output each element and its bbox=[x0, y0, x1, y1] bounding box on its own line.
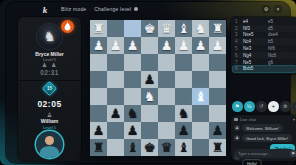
black-pawn: ♟ bbox=[175, 122, 192, 139]
move-row-4[interactable]: 4Nc4b5 bbox=[233, 38, 296, 45]
mode-title: Blitz mode bbox=[61, 6, 86, 12]
square-e2[interactable] bbox=[141, 37, 158, 54]
move-row-3[interactable]: 3Nxe5dxe4 bbox=[233, 32, 296, 39]
draw-offer-button[interactable]: ½ bbox=[244, 101, 255, 112]
white-pawn: ♟ bbox=[90, 37, 107, 54]
chat-title: Live chat bbox=[240, 117, 256, 122]
move-number: 1 bbox=[235, 19, 243, 24]
black-knight: ♞ bbox=[175, 105, 192, 122]
square-g6[interactable]: ♟ bbox=[107, 105, 124, 122]
breadcrumb: Blitz mode · Challenge level bbox=[61, 6, 138, 12]
black-move[interactable]: d5 bbox=[268, 26, 294, 31]
vs-gem-badge: 15 bbox=[42, 81, 58, 97]
square-d2[interactable]: ♟ bbox=[158, 37, 175, 54]
white-pawn: ♟ bbox=[158, 37, 175, 54]
square-a2[interactable]: ♟ bbox=[209, 37, 226, 54]
square-e8[interactable]: ♚ bbox=[141, 139, 158, 156]
avatar-head bbox=[45, 136, 54, 145]
black-pawn: ♟ bbox=[209, 122, 226, 139]
square-h6[interactable] bbox=[90, 105, 107, 122]
square-g3[interactable] bbox=[107, 54, 124, 71]
square-e4[interactable]: ♟ bbox=[141, 71, 158, 88]
square-b3[interactable] bbox=[192, 54, 209, 71]
square-c1[interactable]: ♝ bbox=[175, 20, 192, 37]
square-b2[interactable]: ♟ bbox=[192, 37, 209, 54]
square-c4[interactable] bbox=[175, 71, 192, 88]
square-e3[interactable] bbox=[141, 54, 158, 71]
takeback-button[interactable]: ↺ bbox=[256, 101, 267, 112]
square-g8[interactable] bbox=[107, 139, 124, 156]
title-separator: · bbox=[89, 6, 91, 12]
quick-chat-chip[interactable]: Hello! bbox=[242, 159, 262, 165]
square-b7[interactable] bbox=[192, 122, 209, 139]
move-row-7[interactable]: 7Ne5g6 bbox=[233, 59, 296, 66]
black-move[interactable]: g6 bbox=[268, 60, 294, 65]
chat-message: ♟ Good luck, Bryce Miller! bbox=[234, 134, 295, 142]
more-button[interactable]: ⋯ bbox=[292, 101, 296, 112]
square-h2[interactable]: ♟ bbox=[90, 37, 107, 54]
player-captured-pieces: ♙ bbox=[18, 111, 81, 118]
square-g2[interactable]: ♟ bbox=[107, 37, 124, 54]
player-name: William bbox=[18, 118, 81, 124]
opponent-captured-pieces: ♟ ♟ bbox=[18, 61, 81, 68]
black-knight: ♞ bbox=[124, 105, 141, 122]
move-row-8[interactable]: 8Bxb5 bbox=[233, 66, 296, 73]
white-bishop: ♝ bbox=[175, 20, 192, 37]
black-queen: ♛ bbox=[158, 139, 175, 156]
square-f2[interactable]: ♟ bbox=[124, 37, 141, 54]
white-pawn: ♟ bbox=[175, 37, 192, 54]
move-number: 6 bbox=[235, 53, 243, 58]
app-logo[interactable]: k bbox=[39, 4, 51, 16]
move-row-2[interactable]: 2Nf3d5 bbox=[233, 25, 296, 32]
square-b5[interactable]: ♝ bbox=[192, 88, 209, 105]
move-number: 3 bbox=[235, 32, 243, 37]
square-d1[interactable]: ♛ bbox=[158, 20, 175, 37]
square-a6[interactable] bbox=[209, 105, 226, 122]
white-rook: ♜ bbox=[209, 20, 226, 37]
white-knight: ♞ bbox=[192, 20, 209, 37]
square-a5[interactable] bbox=[209, 88, 226, 105]
chat-panel: Live chat ▾ ♟ Welcome, William! ♟ Good l… bbox=[231, 115, 296, 161]
player-avatar[interactable] bbox=[36, 131, 63, 158]
close-icon[interactable]: × bbox=[274, 5, 282, 13]
white-move[interactable]: Nc4 bbox=[243, 39, 268, 44]
square-c8[interactable]: ♝ bbox=[175, 139, 192, 156]
black-pawn: ♟ bbox=[107, 105, 124, 122]
white-move[interactable]: Nxe5 bbox=[243, 32, 268, 37]
chat-message-text: Welcome, William! bbox=[242, 124, 283, 132]
move-number: 7 bbox=[235, 60, 243, 65]
white-knight: ♞ bbox=[141, 88, 158, 105]
chat-avatar-icon: ♟ bbox=[234, 135, 240, 141]
game-actions: ⚑½↺+⚙⋯ bbox=[232, 101, 296, 112]
square-d7[interactable] bbox=[158, 122, 175, 139]
square-g5[interactable] bbox=[107, 88, 124, 105]
white-queen: ♛ bbox=[158, 20, 175, 37]
square-c6[interactable]: ♞ bbox=[175, 105, 192, 122]
black-pawn: ♟ bbox=[124, 122, 141, 139]
square-g1[interactable] bbox=[107, 20, 124, 37]
chat-collapse-icon[interactable]: ▾ bbox=[293, 117, 295, 122]
resign-flag-button[interactable]: ⚑ bbox=[232, 101, 243, 112]
square-f1[interactable] bbox=[124, 20, 141, 37]
app-window: k Blitz mode · Challenge level ⚙ × ♞ Bry… bbox=[6, 2, 290, 163]
settings-button[interactable]: ⚙ bbox=[280, 101, 291, 112]
square-e7[interactable] bbox=[141, 122, 158, 139]
move-row-6[interactable]: 6Ng4Nc6 bbox=[233, 52, 296, 59]
chess-board: ♜♚♛♝♞♜♟♟♟♟♟♟♟♟♞♝♟♞♞♟♟♟♟♜♝♚♛♝♜ bbox=[90, 20, 226, 156]
player-clock: 02:05 bbox=[18, 99, 81, 109]
black-king: ♚ bbox=[141, 139, 158, 156]
move-number: 5 bbox=[235, 46, 243, 51]
move-list: 1e4e52Nf3d53Nxe5dxe44Nc4b55Ne3Nf66Ng4Nc6… bbox=[231, 17, 296, 74]
square-h4[interactable] bbox=[90, 71, 107, 88]
white-pawn: ♟ bbox=[124, 37, 141, 54]
square-f6[interactable]: ♞ bbox=[124, 105, 141, 122]
challenge-subtitle: Challenge level bbox=[94, 6, 131, 12]
chat-bubble-icon bbox=[234, 118, 238, 122]
move-row-5[interactable]: 5Ne3Nf6 bbox=[233, 45, 296, 52]
square-b1[interactable]: ♞ bbox=[192, 20, 209, 37]
white-move[interactable]: Ng4 bbox=[243, 53, 268, 58]
white-pawn: ♟ bbox=[209, 37, 226, 54]
square-a7[interactable]: ♟ bbox=[209, 122, 226, 139]
square-f4[interactable] bbox=[124, 71, 141, 88]
white-move[interactable]: Ne5 bbox=[243, 60, 268, 65]
white-rook: ♜ bbox=[90, 20, 107, 37]
info-dot-icon[interactable] bbox=[134, 7, 138, 11]
black-move[interactable]: Nf6 bbox=[268, 46, 294, 51]
square-f8[interactable]: ♝ bbox=[124, 139, 141, 156]
chat-message: ♟ Welcome, William! bbox=[234, 124, 295, 132]
black-pawn: ♟ bbox=[90, 122, 107, 139]
square-h7[interactable]: ♟ bbox=[90, 122, 107, 139]
white-bishop: ♝ bbox=[192, 88, 209, 105]
move-number: 8 bbox=[235, 66, 243, 71]
square-e6[interactable] bbox=[141, 105, 158, 122]
square-h5[interactable] bbox=[90, 88, 107, 105]
black-move[interactable]: e5 bbox=[268, 19, 294, 24]
player-level: Level 5 bbox=[18, 125, 81, 130]
square-d5[interactable] bbox=[158, 88, 175, 105]
black-rook: ♜ bbox=[209, 139, 226, 156]
square-h3[interactable] bbox=[90, 54, 107, 71]
players-sidebar: ♞ Bryce Miller Level 5 ♟ ♟ 02:31 15 02:0… bbox=[18, 17, 81, 161]
black-move[interactable]: b5 bbox=[268, 39, 294, 44]
chat-input[interactable] bbox=[238, 151, 290, 156]
move-row-1[interactable]: 1e4e5 bbox=[233, 18, 296, 25]
square-h1[interactable]: ♜ bbox=[90, 20, 107, 37]
white-king: ♚ bbox=[141, 20, 158, 37]
move-number: 4 bbox=[235, 39, 243, 44]
square-a3[interactable] bbox=[209, 54, 226, 71]
square-c7[interactable]: ♟ bbox=[175, 122, 192, 139]
white-move[interactable]: Bxb5 bbox=[243, 66, 268, 71]
streak-flame-icon bbox=[61, 20, 74, 33]
send-icon[interactable]: ▶ bbox=[290, 150, 296, 157]
square-a8[interactable]: ♜ bbox=[209, 139, 226, 156]
white-pawn: ♟ bbox=[107, 37, 124, 54]
square-h8[interactable]: ♜ bbox=[90, 139, 107, 156]
white-pawn: ♟ bbox=[192, 37, 209, 54]
square-g4[interactable] bbox=[107, 71, 124, 88]
square-b8[interactable] bbox=[192, 139, 209, 156]
white-move[interactable]: Ne3 bbox=[243, 46, 268, 51]
square-d6[interactable] bbox=[158, 105, 175, 122]
black-bishop: ♝ bbox=[175, 139, 192, 156]
square-e1[interactable]: ♚ bbox=[141, 20, 158, 37]
square-g7[interactable] bbox=[107, 122, 124, 139]
chat-message-text: Good luck, Bryce Miller! bbox=[242, 134, 292, 142]
opponent-panel: ♞ Bryce Miller Level 5 ♟ ♟ 02:31 bbox=[18, 17, 81, 81]
square-e5[interactable]: ♞ bbox=[141, 88, 158, 105]
black-bishop: ♝ bbox=[124, 139, 141, 156]
square-d4[interactable] bbox=[158, 71, 175, 88]
square-d8[interactable]: ♛ bbox=[158, 139, 175, 156]
avatar-bust bbox=[40, 146, 59, 158]
square-c2[interactable]: ♟ bbox=[175, 37, 192, 54]
white-move[interactable]: e4 bbox=[243, 19, 268, 24]
black-pawn: ♟ bbox=[141, 71, 158, 88]
analyze-button[interactable]: + bbox=[268, 101, 279, 112]
square-b4[interactable] bbox=[192, 71, 209, 88]
black-move[interactable]: dxe4 bbox=[268, 32, 294, 37]
chat-input-wrap: ▶ bbox=[234, 149, 295, 158]
square-f5[interactable] bbox=[124, 88, 141, 105]
square-c5[interactable] bbox=[175, 88, 192, 105]
square-f3[interactable] bbox=[124, 54, 141, 71]
opponent-avatar[interactable]: ♞ bbox=[37, 24, 62, 49]
settings-icon[interactable]: ⚙ bbox=[262, 5, 270, 13]
white-move[interactable]: Nf3 bbox=[243, 26, 268, 31]
square-d3[interactable] bbox=[158, 54, 175, 71]
app-canvas: k Blitz mode · Challenge level ⚙ × ♞ Bry… bbox=[0, 0, 296, 165]
square-a4[interactable] bbox=[209, 71, 226, 88]
chat-avatar-icon: ♟ bbox=[234, 125, 240, 131]
square-a1[interactable]: ♜ bbox=[209, 20, 226, 37]
square-c3[interactable] bbox=[175, 54, 192, 71]
opponent-clock: 02:31 bbox=[18, 69, 81, 76]
square-f7[interactable]: ♟ bbox=[124, 122, 141, 139]
move-number: 2 bbox=[235, 26, 243, 31]
square-b6[interactable] bbox=[192, 105, 209, 122]
black-move[interactable]: Nc6 bbox=[268, 53, 294, 58]
black-rook: ♜ bbox=[90, 139, 107, 156]
